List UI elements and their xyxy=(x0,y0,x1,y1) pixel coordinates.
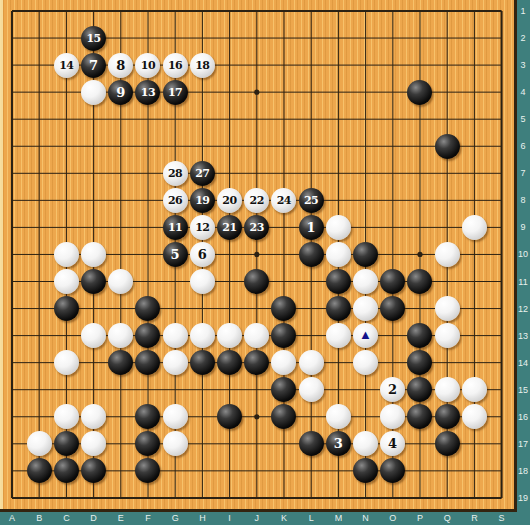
intersection-L17[interactable] xyxy=(297,430,324,457)
intersection-E5[interactable] xyxy=(107,106,134,133)
intersection-B8[interactable] xyxy=(26,187,53,214)
intersection-Q7[interactable] xyxy=(433,160,460,187)
intersection-Q8[interactable] xyxy=(433,187,460,214)
intersection-H17[interactable] xyxy=(189,430,216,457)
intersection-P16[interactable] xyxy=(406,403,433,430)
intersection-B17[interactable] xyxy=(26,430,53,457)
intersection-P10[interactable] xyxy=(406,241,433,268)
intersection-P17[interactable] xyxy=(406,430,433,457)
intersection-M5[interactable] xyxy=(325,106,352,133)
intersection-I13[interactable] xyxy=(216,322,243,349)
intersection-C5[interactable] xyxy=(53,106,80,133)
intersection-M4[interactable] xyxy=(325,79,352,106)
intersection-I18[interactable] xyxy=(216,457,243,484)
intersection-M8[interactable] xyxy=(325,187,352,214)
intersection-O8[interactable] xyxy=(379,187,406,214)
intersection-C19[interactable] xyxy=(53,484,80,511)
intersection-K7[interactable] xyxy=(270,160,297,187)
intersection-J13[interactable] xyxy=(243,322,270,349)
intersection-E12[interactable] xyxy=(107,295,134,322)
intersection-F14[interactable] xyxy=(134,349,161,376)
intersection-A4[interactable] xyxy=(0,79,26,106)
intersection-B12[interactable] xyxy=(26,295,53,322)
intersection-K18[interactable] xyxy=(270,457,297,484)
intersection-A19[interactable] xyxy=(0,484,26,511)
intersection-H16[interactable] xyxy=(189,403,216,430)
intersection-R14[interactable] xyxy=(461,349,488,376)
intersection-H7[interactable]: 27 xyxy=(189,160,216,187)
intersection-I4[interactable] xyxy=(216,79,243,106)
intersection-J3[interactable] xyxy=(243,52,270,79)
intersection-S8[interactable] xyxy=(488,187,515,214)
intersection-C18[interactable] xyxy=(53,457,80,484)
intersection-R11[interactable] xyxy=(461,268,488,295)
intersection-F18[interactable] xyxy=(134,457,161,484)
intersection-L15[interactable] xyxy=(297,376,324,403)
intersection-H13[interactable] xyxy=(189,322,216,349)
intersection-Q9[interactable] xyxy=(433,214,460,241)
intersection-E7[interactable] xyxy=(107,160,134,187)
intersection-O4[interactable] xyxy=(379,79,406,106)
intersection-N3[interactable] xyxy=(352,52,379,79)
intersection-P15[interactable] xyxy=(406,376,433,403)
intersection-R17[interactable] xyxy=(461,430,488,457)
intersection-H15[interactable] xyxy=(189,376,216,403)
intersection-F3[interactable]: 10 xyxy=(134,52,161,79)
intersection-F13[interactable] xyxy=(134,322,161,349)
intersection-S15[interactable] xyxy=(488,376,515,403)
intersection-K8[interactable]: 24 xyxy=(270,187,297,214)
intersection-S17[interactable] xyxy=(488,430,515,457)
intersection-D16[interactable] xyxy=(80,403,107,430)
intersection-E4[interactable]: 9 xyxy=(107,79,134,106)
intersection-L8[interactable]: 25 xyxy=(297,187,324,214)
intersection-J10[interactable] xyxy=(243,241,270,268)
intersection-R13[interactable] xyxy=(461,322,488,349)
intersection-A7[interactable] xyxy=(0,160,26,187)
intersection-C10[interactable] xyxy=(53,241,80,268)
intersection-N12[interactable] xyxy=(352,295,379,322)
intersection-H2[interactable] xyxy=(189,25,216,52)
intersection-P11[interactable] xyxy=(406,268,433,295)
intersection-G19[interactable] xyxy=(162,484,189,511)
intersection-Q16[interactable] xyxy=(433,403,460,430)
intersection-R2[interactable] xyxy=(461,25,488,52)
intersection-E3[interactable]: 8 xyxy=(107,52,134,79)
intersection-A18[interactable] xyxy=(0,457,26,484)
intersection-Q5[interactable] xyxy=(433,106,460,133)
intersection-S12[interactable] xyxy=(488,295,515,322)
intersection-C16[interactable] xyxy=(53,403,80,430)
intersection-M15[interactable] xyxy=(325,376,352,403)
intersection-B10[interactable] xyxy=(26,241,53,268)
intersection-Q15[interactable] xyxy=(433,376,460,403)
intersection-B4[interactable] xyxy=(26,79,53,106)
intersection-K16[interactable] xyxy=(270,403,297,430)
intersection-I7[interactable] xyxy=(216,160,243,187)
intersection-R1[interactable] xyxy=(461,0,488,25)
intersection-S11[interactable] xyxy=(488,268,515,295)
intersection-B2[interactable] xyxy=(26,25,53,52)
intersection-F9[interactable] xyxy=(134,214,161,241)
intersection-S19[interactable] xyxy=(488,484,515,511)
intersection-P1[interactable] xyxy=(406,0,433,25)
intersection-S14[interactable] xyxy=(488,349,515,376)
intersection-M18[interactable] xyxy=(325,457,352,484)
intersection-F10[interactable] xyxy=(134,241,161,268)
intersection-A11[interactable] xyxy=(0,268,26,295)
intersection-D3[interactable]: 7 xyxy=(80,52,107,79)
intersection-J12[interactable] xyxy=(243,295,270,322)
intersection-M7[interactable] xyxy=(325,160,352,187)
intersection-O12[interactable] xyxy=(379,295,406,322)
intersection-A14[interactable] xyxy=(0,349,26,376)
intersection-S5[interactable] xyxy=(488,106,515,133)
intersection-G1[interactable] xyxy=(162,0,189,25)
intersection-K2[interactable] xyxy=(270,25,297,52)
intersection-L2[interactable] xyxy=(297,25,324,52)
intersection-K19[interactable] xyxy=(270,484,297,511)
intersection-A2[interactable] xyxy=(0,25,26,52)
intersection-G17[interactable] xyxy=(162,430,189,457)
intersection-D1[interactable] xyxy=(80,0,107,25)
intersection-A3[interactable] xyxy=(0,52,26,79)
intersection-S9[interactable] xyxy=(488,214,515,241)
intersection-E11[interactable] xyxy=(107,268,134,295)
intersection-M9[interactable] xyxy=(325,214,352,241)
intersection-I11[interactable] xyxy=(216,268,243,295)
intersection-B18[interactable] xyxy=(26,457,53,484)
intersection-M3[interactable] xyxy=(325,52,352,79)
intersection-C7[interactable] xyxy=(53,160,80,187)
intersection-N14[interactable] xyxy=(352,349,379,376)
intersection-S7[interactable] xyxy=(488,160,515,187)
intersection-R5[interactable] xyxy=(461,106,488,133)
intersection-P19[interactable] xyxy=(406,484,433,511)
intersection-N4[interactable] xyxy=(352,79,379,106)
intersection-J15[interactable] xyxy=(243,376,270,403)
intersection-P8[interactable] xyxy=(406,187,433,214)
intersection-D7[interactable] xyxy=(80,160,107,187)
intersection-B13[interactable] xyxy=(26,322,53,349)
intersection-C17[interactable] xyxy=(53,430,80,457)
intersection-I3[interactable] xyxy=(216,52,243,79)
intersection-F15[interactable] xyxy=(134,376,161,403)
intersection-L9[interactable]: 1 xyxy=(297,214,324,241)
intersection-N17[interactable] xyxy=(352,430,379,457)
intersection-M10[interactable] xyxy=(325,241,352,268)
intersection-Q12[interactable] xyxy=(433,295,460,322)
intersection-F12[interactable] xyxy=(134,295,161,322)
intersection-D14[interactable] xyxy=(80,349,107,376)
intersection-J5[interactable] xyxy=(243,106,270,133)
intersection-E1[interactable] xyxy=(107,0,134,25)
intersection-H10[interactable]: 6 xyxy=(189,241,216,268)
intersection-P12[interactable] xyxy=(406,295,433,322)
intersection-P3[interactable] xyxy=(406,52,433,79)
intersection-S16[interactable] xyxy=(488,403,515,430)
intersection-C12[interactable] xyxy=(53,295,80,322)
intersection-O11[interactable] xyxy=(379,268,406,295)
intersection-M2[interactable] xyxy=(325,25,352,52)
intersection-E18[interactable] xyxy=(107,457,134,484)
intersection-D13[interactable] xyxy=(80,322,107,349)
intersection-I17[interactable] xyxy=(216,430,243,457)
intersection-G11[interactable] xyxy=(162,268,189,295)
intersection-G7[interactable]: 28 xyxy=(162,160,189,187)
intersection-L11[interactable] xyxy=(297,268,324,295)
intersection-P4[interactable] xyxy=(406,79,433,106)
intersection-E6[interactable] xyxy=(107,133,134,160)
intersection-M19[interactable] xyxy=(325,484,352,511)
intersection-C1[interactable] xyxy=(53,0,80,25)
intersection-O2[interactable] xyxy=(379,25,406,52)
intersection-M16[interactable] xyxy=(325,403,352,430)
intersection-A16[interactable] xyxy=(0,403,26,430)
intersection-R15[interactable] xyxy=(461,376,488,403)
intersection-F4[interactable]: 13 xyxy=(134,79,161,106)
intersection-O14[interactable] xyxy=(379,349,406,376)
intersection-H5[interactable] xyxy=(189,106,216,133)
intersection-I19[interactable] xyxy=(216,484,243,511)
intersection-D18[interactable] xyxy=(80,457,107,484)
intersection-B11[interactable] xyxy=(26,268,53,295)
intersection-P6[interactable] xyxy=(406,133,433,160)
intersection-Q10[interactable] xyxy=(433,241,460,268)
intersection-H3[interactable]: 18 xyxy=(189,52,216,79)
intersection-C3[interactable]: 14 xyxy=(53,52,80,79)
intersection-K4[interactable] xyxy=(270,79,297,106)
intersection-H1[interactable] xyxy=(189,0,216,25)
intersection-D4[interactable] xyxy=(80,79,107,106)
intersection-J6[interactable] xyxy=(243,133,270,160)
intersection-H11[interactable] xyxy=(189,268,216,295)
intersection-A5[interactable] xyxy=(0,106,26,133)
intersection-H4[interactable] xyxy=(189,79,216,106)
intersection-N6[interactable] xyxy=(352,133,379,160)
intersection-C4[interactable] xyxy=(53,79,80,106)
intersection-Q18[interactable] xyxy=(433,457,460,484)
intersection-A1[interactable] xyxy=(0,0,26,25)
intersection-B1[interactable] xyxy=(26,0,53,25)
intersection-N16[interactable] xyxy=(352,403,379,430)
intersection-N11[interactable] xyxy=(352,268,379,295)
intersection-F2[interactable] xyxy=(134,25,161,52)
intersection-Q11[interactable] xyxy=(433,268,460,295)
intersection-S10[interactable] xyxy=(488,241,515,268)
intersection-F7[interactable] xyxy=(134,160,161,187)
intersection-O9[interactable] xyxy=(379,214,406,241)
intersection-N2[interactable] xyxy=(352,25,379,52)
intersection-G5[interactable] xyxy=(162,106,189,133)
intersection-L13[interactable] xyxy=(297,322,324,349)
intersection-L5[interactable] xyxy=(297,106,324,133)
intersection-N10[interactable] xyxy=(352,241,379,268)
intersection-N7[interactable] xyxy=(352,160,379,187)
intersection-L12[interactable] xyxy=(297,295,324,322)
intersection-P2[interactable] xyxy=(406,25,433,52)
intersection-M13[interactable] xyxy=(325,322,352,349)
intersection-F6[interactable] xyxy=(134,133,161,160)
intersection-J8[interactable]: 22 xyxy=(243,187,270,214)
intersection-O5[interactable] xyxy=(379,106,406,133)
intersection-E10[interactable] xyxy=(107,241,134,268)
intersection-D2[interactable]: 15 xyxy=(80,25,107,52)
intersection-R16[interactable] xyxy=(461,403,488,430)
intersection-N19[interactable] xyxy=(352,484,379,511)
intersection-G10[interactable]: 5 xyxy=(162,241,189,268)
intersection-I6[interactable] xyxy=(216,133,243,160)
intersection-D11[interactable] xyxy=(80,268,107,295)
intersection-O18[interactable] xyxy=(379,457,406,484)
intersection-E14[interactable] xyxy=(107,349,134,376)
intersection-J9[interactable]: 23 xyxy=(243,214,270,241)
intersection-K12[interactable] xyxy=(270,295,297,322)
intersection-C11[interactable] xyxy=(53,268,80,295)
intersection-Q14[interactable] xyxy=(433,349,460,376)
intersection-L4[interactable] xyxy=(297,79,324,106)
intersection-B16[interactable] xyxy=(26,403,53,430)
intersection-D12[interactable] xyxy=(80,295,107,322)
intersection-N5[interactable] xyxy=(352,106,379,133)
intersection-F16[interactable] xyxy=(134,403,161,430)
intersection-S2[interactable] xyxy=(488,25,515,52)
intersection-D8[interactable] xyxy=(80,187,107,214)
intersection-Q17[interactable] xyxy=(433,430,460,457)
intersection-Q3[interactable] xyxy=(433,52,460,79)
intersection-G9[interactable]: 11 xyxy=(162,214,189,241)
intersection-Q2[interactable] xyxy=(433,25,460,52)
intersection-P18[interactable] xyxy=(406,457,433,484)
intersection-M11[interactable] xyxy=(325,268,352,295)
intersection-I8[interactable]: 20 xyxy=(216,187,243,214)
intersection-G15[interactable] xyxy=(162,376,189,403)
intersection-J17[interactable] xyxy=(243,430,270,457)
intersection-E13[interactable] xyxy=(107,322,134,349)
intersection-P5[interactable] xyxy=(406,106,433,133)
intersection-S1[interactable] xyxy=(488,0,515,25)
intersection-J7[interactable] xyxy=(243,160,270,187)
intersection-R9[interactable] xyxy=(461,214,488,241)
intersection-G16[interactable] xyxy=(162,403,189,430)
intersection-O13[interactable] xyxy=(379,322,406,349)
intersection-O7[interactable] xyxy=(379,160,406,187)
intersection-N13[interactable]: ▲ xyxy=(352,322,379,349)
intersection-E17[interactable] xyxy=(107,430,134,457)
intersection-J16[interactable] xyxy=(243,403,270,430)
intersection-J14[interactable] xyxy=(243,349,270,376)
intersection-H19[interactable] xyxy=(189,484,216,511)
intersection-B15[interactable] xyxy=(26,376,53,403)
intersection-M1[interactable] xyxy=(325,0,352,25)
intersection-I16[interactable] xyxy=(216,403,243,430)
intersection-K11[interactable] xyxy=(270,268,297,295)
intersection-R8[interactable] xyxy=(461,187,488,214)
intersection-S4[interactable] xyxy=(488,79,515,106)
intersection-G8[interactable]: 26 xyxy=(162,187,189,214)
intersection-Q6[interactable] xyxy=(433,133,460,160)
intersection-R7[interactable] xyxy=(461,160,488,187)
intersection-C14[interactable] xyxy=(53,349,80,376)
intersection-J18[interactable] xyxy=(243,457,270,484)
intersection-Q4[interactable] xyxy=(433,79,460,106)
intersection-D5[interactable] xyxy=(80,106,107,133)
intersection-E9[interactable] xyxy=(107,214,134,241)
intersection-P13[interactable] xyxy=(406,322,433,349)
intersection-A9[interactable] xyxy=(0,214,26,241)
intersection-R19[interactable] xyxy=(461,484,488,511)
intersection-C15[interactable] xyxy=(53,376,80,403)
intersection-H12[interactable] xyxy=(189,295,216,322)
intersection-Q19[interactable] xyxy=(433,484,460,511)
intersection-Q13[interactable] xyxy=(433,322,460,349)
intersection-O1[interactable] xyxy=(379,0,406,25)
intersection-A12[interactable] xyxy=(0,295,26,322)
intersection-C13[interactable] xyxy=(53,322,80,349)
intersection-K1[interactable] xyxy=(270,0,297,25)
intersection-I12[interactable] xyxy=(216,295,243,322)
intersection-N8[interactable] xyxy=(352,187,379,214)
intersection-D15[interactable] xyxy=(80,376,107,403)
intersection-B14[interactable] xyxy=(26,349,53,376)
intersection-A6[interactable] xyxy=(0,133,26,160)
intersection-E15[interactable] xyxy=(107,376,134,403)
intersection-S18[interactable] xyxy=(488,457,515,484)
intersection-I15[interactable] xyxy=(216,376,243,403)
intersection-H8[interactable]: 19 xyxy=(189,187,216,214)
intersection-D19[interactable] xyxy=(80,484,107,511)
intersection-I10[interactable] xyxy=(216,241,243,268)
intersection-G2[interactable] xyxy=(162,25,189,52)
intersection-L3[interactable] xyxy=(297,52,324,79)
intersection-K9[interactable] xyxy=(270,214,297,241)
intersection-E16[interactable] xyxy=(107,403,134,430)
intersection-F11[interactable] xyxy=(134,268,161,295)
intersection-J2[interactable] xyxy=(243,25,270,52)
intersection-R18[interactable] xyxy=(461,457,488,484)
intersection-G6[interactable] xyxy=(162,133,189,160)
intersection-F1[interactable] xyxy=(134,0,161,25)
intersection-R4[interactable] xyxy=(461,79,488,106)
intersection-R10[interactable] xyxy=(461,241,488,268)
intersection-B3[interactable] xyxy=(26,52,53,79)
intersection-N9[interactable] xyxy=(352,214,379,241)
intersection-H18[interactable] xyxy=(189,457,216,484)
intersection-R6[interactable] xyxy=(461,133,488,160)
intersection-H9[interactable]: 12 xyxy=(189,214,216,241)
intersection-M6[interactable] xyxy=(325,133,352,160)
intersection-S6[interactable] xyxy=(488,133,515,160)
intersection-D9[interactable] xyxy=(80,214,107,241)
intersection-F8[interactable] xyxy=(134,187,161,214)
intersection-A13[interactable] xyxy=(0,322,26,349)
intersection-A8[interactable] xyxy=(0,187,26,214)
intersection-O19[interactable] xyxy=(379,484,406,511)
intersection-S3[interactable] xyxy=(488,52,515,79)
intersection-E19[interactable] xyxy=(107,484,134,511)
intersection-M14[interactable] xyxy=(325,349,352,376)
intersection-C9[interactable] xyxy=(53,214,80,241)
intersection-J19[interactable] xyxy=(243,484,270,511)
intersection-O6[interactable] xyxy=(379,133,406,160)
intersection-K6[interactable] xyxy=(270,133,297,160)
intersection-O17[interactable]: 4 xyxy=(379,430,406,457)
intersection-C2[interactable] xyxy=(53,25,80,52)
intersection-N1[interactable] xyxy=(352,0,379,25)
intersection-M17[interactable]: 3 xyxy=(325,430,352,457)
intersection-I2[interactable] xyxy=(216,25,243,52)
intersection-B5[interactable] xyxy=(26,106,53,133)
